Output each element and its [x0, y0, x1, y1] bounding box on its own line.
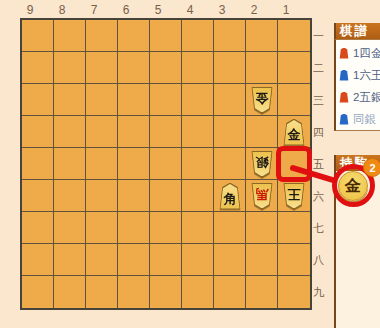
board-square[interactable] — [150, 20, 182, 52]
hand-count-badge: 2 — [363, 158, 380, 177]
board-square[interactable] — [214, 276, 246, 308]
board-square[interactable] — [150, 116, 182, 148]
board-square[interactable] — [246, 20, 278, 52]
board-piece[interactable]: 王 — [282, 183, 306, 210]
rank-label: 五 — [311, 148, 326, 180]
board-piece[interactable]: 角 — [218, 183, 242, 210]
board-square[interactable] — [182, 180, 214, 212]
shogi-app: 987654321 一二三四五六七八九 金金銀角馬王 棋譜 1四金1六王2五銀同… — [0, 0, 380, 328]
kifu-move-label: 1四金 — [353, 46, 380, 61]
board-square[interactable] — [214, 244, 246, 276]
board-square[interactable] — [214, 20, 246, 52]
piece-shape: 角 — [218, 183, 242, 210]
board-square[interactable] — [86, 276, 118, 308]
board-piece[interactable]: 金 — [250, 87, 274, 114]
board-square[interactable] — [54, 116, 86, 148]
board-piece[interactable]: 馬 — [250, 183, 274, 210]
board-square[interactable] — [22, 52, 54, 84]
board-square[interactable] — [22, 276, 54, 308]
board-square[interactable] — [182, 212, 214, 244]
board-square[interactable] — [86, 148, 118, 180]
piece-kanji: 銀 — [250, 151, 274, 178]
kifu-move-label: 同銀 — [353, 112, 376, 127]
board-square[interactable] — [86, 180, 118, 212]
piece-kanji: 金 — [250, 87, 274, 114]
file-label: 9 — [14, 3, 46, 18]
board-square[interactable] — [22, 180, 54, 212]
board-square[interactable] — [22, 148, 54, 180]
board-square[interactable] — [118, 276, 150, 308]
file-labels: 987654321 — [14, 3, 302, 18]
file-label: 8 — [46, 3, 78, 18]
board-square[interactable] — [54, 52, 86, 84]
rank-label: 九 — [311, 276, 326, 308]
board-square[interactable] — [214, 148, 246, 180]
file-label: 4 — [174, 3, 206, 18]
board-square[interactable] — [118, 180, 150, 212]
board-square[interactable] — [182, 20, 214, 52]
rank-label: 三 — [311, 84, 326, 116]
board-square[interactable] — [22, 244, 54, 276]
file-label: 5 — [142, 3, 174, 18]
board-piece[interactable]: 銀 — [250, 151, 274, 178]
board-piece[interactable]: 金 — [282, 119, 306, 146]
board-square[interactable] — [246, 116, 278, 148]
board-square[interactable] — [118, 212, 150, 244]
board-square[interactable] — [182, 276, 214, 308]
piece-shape: 馬 — [250, 183, 274, 210]
kifu-move[interactable]: 同銀 — [339, 108, 380, 130]
board-square[interactable] — [278, 52, 310, 84]
board-square[interactable] — [278, 84, 310, 116]
blue-piece-icon — [339, 70, 349, 81]
board-square[interactable] — [182, 84, 214, 116]
board-square[interactable] — [86, 244, 118, 276]
piece-kanji: 馬 — [250, 183, 274, 210]
file-label: 2 — [238, 3, 270, 18]
board-square[interactable] — [118, 148, 150, 180]
piece-kanji: 王 — [282, 183, 306, 210]
rank-label: 七 — [311, 212, 326, 244]
board-square[interactable] — [118, 84, 150, 116]
kifu-move-label: 1六王 — [353, 68, 380, 83]
piece-shape: 金 — [250, 87, 274, 114]
piece-kanji: 金 — [282, 119, 306, 146]
kifu-move[interactable]: 2五銀 — [339, 86, 380, 108]
rank-label: 四 — [311, 116, 326, 148]
board-square[interactable] — [278, 212, 310, 244]
board-square[interactable] — [22, 20, 54, 52]
board-square[interactable] — [246, 276, 278, 308]
file-label: 3 — [206, 3, 238, 18]
board-square[interactable] — [182, 116, 214, 148]
board-square[interactable] — [22, 116, 54, 148]
blue-piece-icon — [339, 114, 349, 125]
board-square[interactable] — [278, 276, 310, 308]
board-square[interactable] — [118, 116, 150, 148]
kifu-move-label: 2五銀 — [353, 90, 380, 105]
board-square[interactable] — [246, 52, 278, 84]
board-square[interactable] — [54, 244, 86, 276]
highlight-square — [276, 146, 312, 182]
board-square[interactable] — [86, 116, 118, 148]
file-label: 7 — [78, 3, 110, 18]
rank-labels: 一二三四五六七八九 — [311, 20, 326, 308]
kifu-panel-header: 棋譜 — [334, 23, 380, 39]
kifu-move-list: 1四金1六王2五銀同銀 — [334, 39, 380, 131]
board-square[interactable] — [246, 212, 278, 244]
board-square[interactable] — [246, 244, 278, 276]
board-square[interactable] — [278, 244, 310, 276]
kifu-move[interactable]: 1六王 — [339, 64, 380, 86]
board-square[interactable] — [86, 52, 118, 84]
board-square[interactable] — [118, 20, 150, 52]
board-square[interactable] — [150, 148, 182, 180]
board-square[interactable] — [118, 244, 150, 276]
rank-label: 二 — [311, 52, 326, 84]
board-square[interactable] — [86, 212, 118, 244]
board-square[interactable] — [54, 20, 86, 52]
board-square[interactable] — [150, 180, 182, 212]
board-square[interactable] — [182, 244, 214, 276]
file-label: 1 — [270, 3, 302, 18]
board-square[interactable] — [54, 276, 86, 308]
board-square[interactable] — [182, 148, 214, 180]
board-square[interactable] — [150, 84, 182, 116]
board-square[interactable] — [214, 52, 246, 84]
board-square[interactable] — [182, 52, 214, 84]
board-square[interactable] — [214, 116, 246, 148]
board-square[interactable] — [150, 276, 182, 308]
board-square[interactable] — [22, 84, 54, 116]
rank-label: 六 — [311, 180, 326, 212]
piece-shape: 銀 — [250, 151, 274, 178]
board-square[interactable] — [86, 84, 118, 116]
board-square[interactable] — [150, 244, 182, 276]
board-square[interactable] — [118, 52, 150, 84]
board-square[interactable] — [22, 212, 54, 244]
red-piece-icon — [339, 48, 349, 59]
piece-kanji: 角 — [218, 183, 242, 210]
board-square[interactable] — [54, 180, 86, 212]
board-square[interactable] — [150, 212, 182, 244]
rank-label: 一 — [311, 20, 326, 52]
red-piece-icon — [339, 92, 349, 103]
board-square[interactable] — [54, 148, 86, 180]
board-square[interactable] — [150, 52, 182, 84]
piece-shape: 王 — [282, 183, 306, 210]
file-label: 6 — [110, 3, 142, 18]
piece-shape: 金 — [282, 119, 306, 146]
board-square[interactable] — [214, 212, 246, 244]
board-square[interactable] — [54, 212, 86, 244]
rank-label: 八 — [311, 244, 326, 276]
board-square[interactable] — [278, 20, 310, 52]
board-square[interactable] — [86, 20, 118, 52]
board-square[interactable] — [54, 84, 86, 116]
kifu-move[interactable]: 1四金 — [339, 42, 380, 64]
board-square[interactable] — [214, 84, 246, 116]
